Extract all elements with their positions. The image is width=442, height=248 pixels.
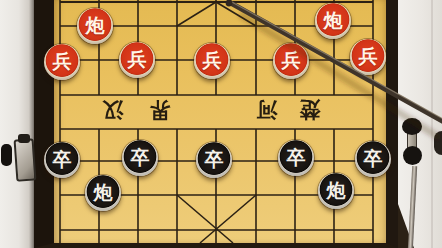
whiteboard-edge-left [0,0,34,248]
easel-hinge-right [434,131,442,155]
piece-glyph: 卒 [364,149,383,168]
piece-glyph: 炮 [324,11,343,30]
pieces-layer: 炮炮兵兵兵兵兵卒卒卒卒卒炮炮 [0,0,442,248]
red-soldier-piece: 兵 [194,43,230,79]
photo-frame: 汉界河楚 炮炮兵兵兵兵兵卒卒卒卒卒炮炮 [0,0,442,248]
piece-glyph: 兵 [282,51,301,70]
black-cannon-piece: 炮 [318,173,354,209]
red-soldier-piece: 兵 [350,39,386,75]
black-soldier-piece: 卒 [355,141,391,177]
black-soldier-piece: 卒 [278,140,314,176]
black-cannon-piece: 炮 [85,175,121,211]
black-soldier-piece: 卒 [44,142,80,178]
easel-clamp-bracket-left [14,138,37,181]
red-soldier-piece: 兵 [273,43,309,79]
piece-glyph: 炮 [94,183,113,202]
easel-clip-lower-right [403,146,422,165]
red-cannon-piece: 炮 [315,3,351,39]
piece-glyph: 兵 [359,47,378,66]
whiteboard-edge-right [398,0,442,248]
easel-clamp-cap-left [18,134,30,143]
piece-glyph: 兵 [203,51,222,70]
piece-glyph: 炮 [327,181,346,200]
easel-clip-upper-right [402,118,422,135]
red-soldier-piece: 兵 [119,42,155,78]
whiteboard-seam [431,0,433,248]
piece-glyph: 兵 [128,50,147,69]
piece-glyph: 炮 [86,16,105,35]
black-soldier-piece: 卒 [122,140,158,176]
black-soldier-piece: 卒 [196,142,232,178]
easel-leg [408,166,417,248]
piece-glyph: 兵 [53,52,72,71]
piece-glyph: 卒 [287,148,306,167]
red-soldier-piece: 兵 [44,44,80,80]
easel-clamp-knob-left [1,144,12,166]
piece-glyph: 卒 [205,150,224,169]
piece-glyph: 卒 [131,148,150,167]
piece-glyph: 卒 [53,150,72,169]
red-cannon-piece: 炮 [77,8,113,44]
